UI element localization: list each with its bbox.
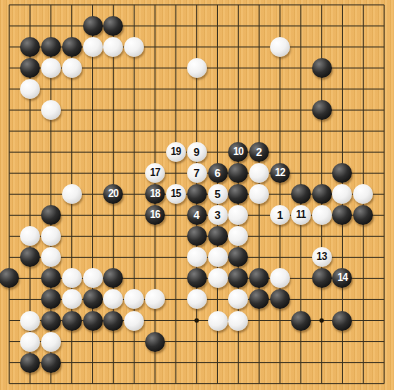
move-number-label: 7 <box>194 168 200 179</box>
move-number-label: 4 <box>194 210 200 221</box>
stone-white[interactable]: 15 <box>166 184 186 204</box>
stone-black[interactable] <box>312 58 332 78</box>
stone-white[interactable] <box>41 58 61 78</box>
stone-black[interactable] <box>291 311 311 331</box>
stone-black[interactable] <box>103 311 123 331</box>
move-number-label: 10 <box>233 147 243 157</box>
stone-white[interactable] <box>208 247 228 267</box>
move-number-label: 3 <box>214 210 220 221</box>
stone-white[interactable]: 9 <box>187 142 207 162</box>
stone-white[interactable] <box>228 311 248 331</box>
move-number-label: 14 <box>337 273 347 283</box>
stone-white[interactable] <box>124 311 144 331</box>
stone-white[interactable] <box>208 311 228 331</box>
move-number-label: 11 <box>296 210 306 220</box>
stone-black[interactable] <box>20 58 40 78</box>
move-number-label: 9 <box>194 147 200 158</box>
stone-white[interactable] <box>62 58 82 78</box>
stone-white[interactable]: 3 <box>208 205 228 225</box>
move-number-label: 12 <box>275 168 285 178</box>
move-number-label: 5 <box>214 189 220 200</box>
stone-white[interactable] <box>20 332 40 352</box>
stone-black[interactable] <box>83 289 103 309</box>
stone-black[interactable] <box>20 353 40 373</box>
stone-white[interactable] <box>41 332 61 352</box>
stone-black[interactable] <box>187 226 207 246</box>
stone-black[interactable] <box>83 311 103 331</box>
move-number-label: 1 <box>277 210 283 221</box>
stone-white[interactable]: 5 <box>208 184 228 204</box>
move-number-label: 13 <box>317 252 327 262</box>
stone-black[interactable] <box>208 226 228 246</box>
move-number-label: 15 <box>171 189 181 199</box>
stone-black[interactable] <box>62 311 82 331</box>
stone-black[interactable] <box>291 184 311 204</box>
go-board[interactable]: 199102177612201815516431111314 <box>0 0 394 390</box>
move-number-label: 20 <box>108 189 118 199</box>
stone-black[interactable] <box>83 16 103 36</box>
stone-black[interactable]: 4 <box>187 205 207 225</box>
stone-black[interactable] <box>20 37 40 57</box>
move-number-label: 6 <box>214 168 220 179</box>
move-number-label: 18 <box>150 189 160 199</box>
stone-black[interactable] <box>312 184 332 204</box>
stone-black[interactable] <box>41 37 61 57</box>
stone-white[interactable] <box>62 268 82 288</box>
stone-black[interactable] <box>62 37 82 57</box>
stone-white[interactable] <box>270 37 290 57</box>
stone-black[interactable] <box>332 311 352 331</box>
stone-white[interactable]: 19 <box>166 142 186 162</box>
move-number-label: 19 <box>171 147 181 157</box>
stone-white[interactable] <box>187 289 207 309</box>
stone-black[interactable] <box>312 100 332 120</box>
stone-white[interactable] <box>83 268 103 288</box>
stone-black[interactable] <box>41 353 61 373</box>
stone-white[interactable] <box>41 100 61 120</box>
stone-white[interactable] <box>20 79 40 99</box>
stone-white[interactable] <box>83 37 103 57</box>
move-number-label: 16 <box>150 210 160 220</box>
stone-white[interactable] <box>208 268 228 288</box>
stone-white[interactable]: 11 <box>291 205 311 225</box>
stone-white[interactable] <box>20 311 40 331</box>
stone-black[interactable] <box>41 311 61 331</box>
stone-white[interactable]: 7 <box>187 163 207 183</box>
move-number-label: 2 <box>256 147 262 158</box>
stone-white[interactable] <box>312 205 332 225</box>
stone-white[interactable] <box>124 37 144 57</box>
move-number-label: 17 <box>150 168 160 178</box>
stone-black[interactable] <box>312 268 332 288</box>
stone-black[interactable] <box>187 184 207 204</box>
star-point <box>319 318 324 323</box>
stone-white[interactable]: 13 <box>312 247 332 267</box>
stone-black[interactable]: 6 <box>208 163 228 183</box>
stone-white[interactable] <box>62 184 82 204</box>
stone-black[interactable] <box>187 268 207 288</box>
stone-black[interactable] <box>145 332 165 352</box>
stone-white[interactable] <box>187 247 207 267</box>
star-point <box>194 318 199 323</box>
stone-white[interactable] <box>187 58 207 78</box>
